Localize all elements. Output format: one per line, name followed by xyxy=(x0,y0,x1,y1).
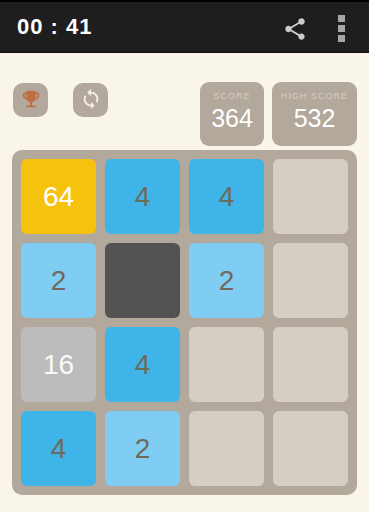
refresh-icon xyxy=(80,88,102,113)
tile-r1c3 xyxy=(273,243,348,318)
high-score-box: HIGH SCORE 532 xyxy=(272,82,357,146)
tile-r3c3 xyxy=(273,411,348,486)
tile-r0c0: 64 xyxy=(21,159,96,234)
score-box: SCORE 364 xyxy=(200,82,264,146)
score-value: 364 xyxy=(211,104,253,133)
tile-r1c2: 2 xyxy=(189,243,264,318)
tile-r0c3 xyxy=(273,159,348,234)
tile-r2c2 xyxy=(189,327,264,402)
tile-r1c0: 2 xyxy=(21,243,96,318)
share-button[interactable] xyxy=(282,16,308,42)
restart-button[interactable] xyxy=(73,83,108,117)
top-bar: 00 : 41 xyxy=(0,0,369,53)
tile-r3c2 xyxy=(189,411,264,486)
score-label: SCORE xyxy=(213,91,250,101)
tile-r2c0: 16 xyxy=(21,327,96,402)
tile-r0c1: 4 xyxy=(105,159,180,234)
board[interactable]: 64 4 4 2 2 16 4 4 2 xyxy=(12,150,357,495)
high-score-value: 532 xyxy=(294,104,336,133)
tile-r3c1: 2 xyxy=(105,411,180,486)
overflow-menu-button[interactable] xyxy=(338,15,350,43)
tile-r1c1 xyxy=(105,243,180,318)
tile-r2c3 xyxy=(273,327,348,402)
trophy-icon xyxy=(20,88,42,113)
tile-r0c2: 4 xyxy=(189,159,264,234)
achievements-button[interactable] xyxy=(13,83,48,117)
timer: 00 : 41 xyxy=(17,14,93,40)
high-score-label: HIGH SCORE xyxy=(281,91,348,101)
tile-r3c0: 4 xyxy=(21,411,96,486)
share-icon xyxy=(282,30,308,45)
tile-r2c1: 4 xyxy=(105,327,180,402)
overflow-menu-icon xyxy=(338,15,345,42)
app-screen: 00 : 41 xyxy=(0,0,369,512)
